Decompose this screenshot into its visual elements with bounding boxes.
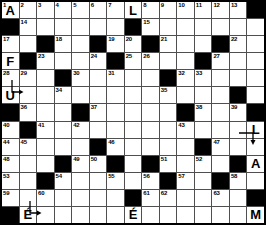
cell-r6c12[interactable] — [195, 87, 212, 103]
cell-r8c14[interactable] — [230, 122, 247, 138]
hint-letter-r13c2: É — [20, 207, 37, 223]
cell-r8c3[interactable]: 41 — [37, 122, 54, 138]
clue-number-46: 46 — [108, 139, 114, 146]
block-cell-r1c15 — [247, 2, 264, 18]
cell-r7c4[interactable] — [55, 104, 72, 120]
cell-r4c3[interactable]: 23 — [37, 53, 54, 69]
cell-r9c9[interactable] — [142, 139, 159, 155]
cell-r7c10[interactable] — [160, 104, 177, 120]
crossword-board: 1A234567L89101112131415171819202122F2324… — [0, 0, 266, 225]
clue-number-47: 47 — [213, 139, 219, 146]
clue-number-62: 62 — [161, 190, 167, 197]
cell-r5c13[interactable] — [212, 70, 229, 86]
cell-r13c4[interactable] — [55, 207, 72, 223]
clue-number-23: 23 — [38, 53, 44, 60]
block-cell-r10c14 — [230, 156, 247, 172]
cell-r7c13[interactable] — [212, 104, 229, 120]
cell-r1c13[interactable]: 12 — [212, 2, 229, 18]
cell-r2c5[interactable] — [72, 19, 89, 35]
cell-r6c6[interactable] — [90, 87, 107, 103]
clue-number-50: 50 — [91, 156, 97, 163]
cell-r13c3[interactable] — [37, 207, 54, 223]
clue-number-31: 31 — [108, 70, 114, 77]
cell-r11c6[interactable] — [90, 173, 107, 189]
block-cell-r6c14 — [230, 87, 247, 103]
clue-number-8: 8 — [143, 2, 146, 9]
clue-number-17: 17 — [3, 36, 9, 43]
cell-r4c11[interactable] — [177, 53, 194, 69]
hint-letter-r4c1: F — [2, 53, 19, 69]
cell-r9c5[interactable] — [72, 139, 89, 155]
clue-number-57: 57 — [178, 173, 184, 180]
cell-r11c15[interactable] — [247, 173, 264, 189]
cell-r13c9[interactable] — [142, 207, 159, 223]
clue-number-54: 54 — [56, 173, 62, 180]
block-cell-r7c15 — [247, 104, 264, 120]
clue-number-36: 36 — [21, 104, 27, 111]
cell-r7c14[interactable]: 39 — [230, 104, 247, 120]
block-cell-r3c3 — [37, 36, 54, 52]
cell-r9c8[interactable] — [125, 139, 142, 155]
clue-number-28: 28 — [3, 70, 9, 77]
cell-r2c13[interactable] — [212, 19, 229, 35]
cell-r1c4[interactable]: 4 — [55, 2, 72, 18]
clue-number-3: 3 — [38, 2, 41, 9]
block-cell-r4c2 — [20, 53, 37, 69]
cell-r5c7[interactable]: 31 — [107, 70, 124, 86]
cell-r6c3[interactable] — [37, 87, 54, 103]
cell-r5c14[interactable] — [230, 70, 247, 86]
clue-number-14: 14 — [21, 19, 27, 26]
cell-r13c11[interactable] — [177, 207, 194, 223]
cell-r13c8[interactable]: É — [125, 207, 142, 223]
cell-r13c7[interactable] — [107, 207, 124, 223]
cell-r2c7[interactable] — [107, 19, 124, 35]
cell-r1c3[interactable]: 3 — [37, 2, 54, 18]
cell-r10c8[interactable] — [125, 156, 142, 172]
clue-number-7: 7 — [108, 2, 111, 9]
cell-r9c14[interactable] — [230, 139, 247, 155]
cell-r9c4[interactable] — [55, 139, 72, 155]
clue-number-33: 33 — [196, 70, 202, 77]
clue-number-11: 11 — [196, 2, 202, 9]
cell-r4c6[interactable]: 24 — [90, 53, 107, 69]
cell-r7c7[interactable] — [107, 104, 124, 120]
cell-r3c2[interactable] — [20, 36, 37, 52]
clue-number-13: 13 — [231, 2, 237, 9]
clue-number-58: 58 — [231, 173, 237, 180]
block-cell-r9c12 — [195, 139, 212, 155]
hint-letter-r1c8: L — [125, 2, 142, 18]
clue-number-48: 48 — [3, 156, 9, 163]
clue-number-5: 5 — [73, 2, 76, 9]
block-cell-r5c10 — [160, 70, 177, 86]
clue-number-61: 61 — [143, 190, 149, 197]
clue-number-32: 32 — [178, 70, 184, 77]
cell-r9c15[interactable] — [247, 139, 264, 155]
cell-r6c2[interactable] — [20, 87, 37, 103]
cell-r5c9[interactable] — [142, 70, 159, 86]
clue-number-20: 20 — [126, 36, 132, 43]
cell-r3c12[interactable] — [195, 36, 212, 52]
cell-r12c10[interactable]: 62 — [160, 190, 177, 206]
clue-number-27: 27 — [213, 53, 219, 60]
cell-r13c6[interactable] — [90, 207, 107, 223]
cell-r13c5[interactable] — [72, 207, 89, 223]
cell-r4c1[interactable]: F — [2, 53, 19, 69]
cell-r12c2[interactable] — [20, 190, 37, 206]
cell-r11c1[interactable]: 53 — [2, 173, 19, 189]
cell-r4c8[interactable]: 25 — [125, 53, 142, 69]
cell-r13c15[interactable]: M — [247, 207, 264, 223]
cell-r1c2[interactable]: 2 — [20, 2, 37, 18]
cell-r1c10[interactable]: 9 — [160, 2, 177, 18]
cell-r11c12[interactable] — [195, 173, 212, 189]
cell-r10c13[interactable] — [212, 156, 229, 172]
cell-r2c4[interactable] — [55, 19, 72, 35]
hint-letter-r1c1: A — [2, 2, 19, 18]
clue-number-30: 30 — [73, 70, 79, 77]
cell-r2c12[interactable] — [195, 19, 212, 35]
cell-r13c10[interactable] — [160, 207, 177, 223]
cell-r11c11[interactable]: 57 — [177, 173, 194, 189]
cell-r3c5[interactable] — [72, 36, 89, 52]
cell-r8c6[interactable] — [90, 122, 107, 138]
cell-r5c1[interactable]: 28 — [2, 70, 19, 86]
cell-r1c9[interactable]: 8 — [142, 2, 159, 18]
cell-r4c13[interactable]: 27 — [212, 53, 229, 69]
clue-number-51: 51 — [161, 156, 167, 163]
cell-r3c14[interactable]: 22 — [230, 36, 247, 52]
cell-r8c4[interactable] — [55, 122, 72, 138]
cell-r5c6[interactable] — [90, 70, 107, 86]
cell-r1c12[interactable]: 11 — [195, 2, 212, 18]
clue-number-44: 44 — [3, 139, 9, 146]
cell-r8c13[interactable] — [212, 122, 229, 138]
cell-r8c9[interactable] — [142, 122, 159, 138]
cell-r11c8[interactable] — [125, 173, 142, 189]
cell-r13c14[interactable] — [230, 207, 247, 223]
cell-r10c5[interactable]: 49 — [72, 156, 89, 172]
clue-number-59: 59 — [3, 190, 9, 197]
clue-number-55: 55 — [108, 173, 114, 180]
block-cell-r2c8 — [125, 19, 142, 35]
cell-r4c4[interactable] — [55, 53, 72, 69]
cell-r7c9[interactable] — [142, 104, 159, 120]
cell-r12c14[interactable] — [230, 190, 247, 206]
cell-r12c11[interactable] — [177, 190, 194, 206]
cell-r9c1[interactable]: 44 — [2, 139, 19, 155]
cell-r1c1[interactable]: 1A — [2, 2, 19, 18]
clue-number-38: 38 — [196, 104, 202, 111]
clue-number-34: 34 — [56, 87, 62, 94]
cell-r7c8[interactable] — [125, 104, 142, 120]
hint-letter-r8c15: L — [247, 122, 264, 138]
cell-r6c4[interactable]: 34 — [55, 87, 72, 103]
cell-r6c10[interactable]: 35 — [160, 87, 177, 103]
cell-r2c14[interactable] — [230, 19, 247, 35]
cell-r5c8[interactable] — [125, 70, 142, 86]
cell-r8c11[interactable]: 43 — [177, 122, 194, 138]
cell-r1c5[interactable]: 5 — [72, 2, 89, 18]
clue-number-12: 12 — [213, 2, 219, 9]
clue-number-22: 22 — [231, 36, 237, 43]
cell-r4c5[interactable] — [72, 53, 89, 69]
clue-number-18: 18 — [56, 36, 62, 43]
block-cell-r4c7 — [107, 53, 124, 69]
block-cell-r7c11 — [177, 104, 194, 120]
cell-r1c6[interactable]: 6 — [90, 2, 107, 18]
block-cell-r7c1 — [2, 104, 19, 120]
block-cell-r2c1 — [2, 19, 19, 35]
clue-number-29: 29 — [21, 70, 27, 77]
clue-number-37: 37 — [91, 104, 97, 111]
block-cell-r9c6 — [90, 139, 107, 155]
cell-r6c11[interactable] — [177, 87, 194, 103]
clue-number-60: 60 — [38, 190, 44, 197]
cell-r2c2[interactable]: 14 — [20, 19, 37, 35]
block-cell-r10c9 — [142, 156, 159, 172]
cell-r10c11[interactable] — [177, 156, 194, 172]
block-cell-r12c8 — [125, 190, 142, 206]
cell-r6c15[interactable] — [247, 87, 264, 103]
cell-r9c10[interactable] — [160, 139, 177, 155]
cell-r6c7[interactable] — [107, 87, 124, 103]
clue-number-56: 56 — [143, 173, 149, 180]
crossword-grid: 1A234567L89101112131415171819202122F2324… — [2, 2, 264, 223]
clue-number-63: 63 — [213, 190, 219, 197]
cell-r6c8[interactable] — [125, 87, 142, 103]
cell-r9c3[interactable] — [37, 139, 54, 155]
cell-r2c3[interactable] — [37, 19, 54, 35]
cell-r10c10[interactable]: 51 — [160, 156, 177, 172]
cell-r2c11[interactable] — [177, 19, 194, 35]
clue-number-25: 25 — [126, 53, 132, 60]
clue-number-42: 42 — [73, 122, 79, 129]
cell-r5c2[interactable]: 29 — [20, 70, 37, 86]
cell-r10c3[interactable] — [37, 156, 54, 172]
cell-r12c1[interactable]: 59 — [2, 190, 19, 206]
clue-number-24: 24 — [91, 53, 97, 60]
cell-r8c1[interactable]: 40 — [2, 122, 19, 138]
clue-number-53: 53 — [3, 173, 9, 180]
block-cell-r3c6 — [90, 36, 107, 52]
cell-r7c3[interactable] — [37, 104, 54, 120]
cell-r3c11[interactable] — [177, 36, 194, 52]
cell-r8c8[interactable] — [125, 122, 142, 138]
clue-number-10: 10 — [178, 2, 184, 9]
block-cell-r12c15 — [247, 190, 264, 206]
cell-r6c9[interactable] — [142, 87, 159, 103]
cell-r7c2[interactable]: 36 — [20, 104, 37, 120]
cell-r10c6[interactable]: 50 — [90, 156, 107, 172]
cell-r9c7[interactable]: 46 — [107, 139, 124, 155]
clue-number-43: 43 — [178, 122, 184, 129]
cell-r10c2[interactable] — [20, 156, 37, 172]
clue-number-21: 21 — [161, 36, 167, 43]
block-cell-r3c13 — [212, 36, 229, 52]
clue-number-26: 26 — [143, 53, 149, 60]
cell-r6c1[interactable]: U — [2, 87, 19, 103]
cell-r12c12[interactable] — [195, 190, 212, 206]
cell-r8c5[interactable]: 42 — [72, 122, 89, 138]
cell-r6c5[interactable] — [72, 87, 89, 103]
block-cell-r8c2 — [20, 122, 37, 138]
cell-r5c5[interactable]: 30 — [72, 70, 89, 86]
cell-r11c5[interactable] — [72, 173, 89, 189]
clue-number-52: 52 — [196, 156, 202, 163]
block-cell-r10c7 — [107, 156, 124, 172]
clue-number-35: 35 — [161, 87, 167, 94]
cell-r9c13[interactable]: 47 — [212, 139, 229, 155]
cell-r10c1[interactable]: 48 — [2, 156, 19, 172]
cell-r2c10[interactable] — [160, 19, 177, 35]
clue-number-6: 6 — [91, 2, 94, 9]
clue-number-41: 41 — [38, 122, 44, 129]
block-cell-r5c4 — [55, 70, 72, 86]
cell-r2c9[interactable]: 15 — [142, 19, 159, 35]
cell-r2c6[interactable] — [90, 19, 107, 35]
cell-r3c10[interactable]: 21 — [160, 36, 177, 52]
cell-r1c8[interactable]: L — [125, 2, 142, 18]
cell-r12c3[interactable]: 60 — [37, 190, 54, 206]
cell-r4c14[interactable] — [230, 53, 247, 69]
cell-r5c15[interactable] — [247, 70, 264, 86]
block-cell-r11c10 — [160, 173, 177, 189]
clue-number-4: 4 — [56, 2, 59, 9]
cell-r9c11[interactable] — [177, 139, 194, 155]
cell-r10c15[interactable]: A — [247, 156, 264, 172]
block-cell-r11c3 — [37, 173, 54, 189]
cell-r7c6[interactable]: 37 — [90, 104, 107, 120]
block-cell-r10c4 — [55, 156, 72, 172]
cell-r4c10[interactable] — [160, 53, 177, 69]
cell-r12c4[interactable] — [55, 190, 72, 206]
block-cell-r7c5 — [72, 104, 89, 120]
hint-letter-r6c1: U — [2, 87, 19, 103]
clue-number-2: 2 — [21, 2, 24, 9]
hint-letter-r13c15: M — [247, 207, 264, 223]
clue-number-49: 49 — [73, 156, 79, 163]
cell-r4c15[interactable] — [247, 53, 264, 69]
cell-r1c11[interactable]: 10 — [177, 2, 194, 18]
clue-number-19: 19 — [108, 36, 114, 43]
cell-r12c13[interactable]: 63 — [212, 190, 229, 206]
cell-r4c9[interactable]: 26 — [142, 53, 159, 69]
clue-number-39: 39 — [231, 104, 237, 111]
clue-number-40: 40 — [3, 122, 9, 129]
clue-number-45: 45 — [21, 139, 27, 146]
cell-r1c14[interactable]: 13 — [230, 2, 247, 18]
block-cell-r11c13 — [212, 173, 229, 189]
block-cell-r13c1 — [2, 207, 19, 223]
cell-r3c8[interactable]: 20 — [125, 36, 142, 52]
cell-r5c12[interactable]: 33 — [195, 70, 212, 86]
cell-r3c1[interactable]: 17 — [2, 36, 19, 52]
cell-r8c10[interactable] — [160, 122, 177, 138]
cell-r12c9[interactable]: 61 — [142, 190, 159, 206]
cell-r2c15[interactable] — [247, 19, 264, 35]
cell-r11c9[interactable]: 56 — [142, 173, 159, 189]
cell-r10c12[interactable]: 52 — [195, 156, 212, 172]
cell-r7c12[interactable]: 38 — [195, 104, 212, 120]
cell-r8c7[interactable] — [107, 122, 124, 138]
cell-r5c3[interactable] — [37, 70, 54, 86]
cell-r11c2[interactable] — [20, 173, 37, 189]
cell-r11c14[interactable]: 58 — [230, 173, 247, 189]
cell-r13c12[interactable] — [195, 207, 212, 223]
cell-r8c15[interactable]: L — [247, 122, 264, 138]
cell-r9c2[interactable]: 45 — [20, 139, 37, 155]
cell-r11c4[interactable]: 54 — [55, 173, 72, 189]
cell-r13c13[interactable] — [212, 207, 229, 223]
hint-letter-r13c8: É — [125, 207, 142, 223]
cell-r13c2[interactable]: É — [20, 207, 37, 223]
cell-r12c7[interactable] — [107, 190, 124, 206]
hint-letter-r10c15: A — [247, 156, 264, 172]
cell-r12c5[interactable] — [72, 190, 89, 206]
cell-r8c12[interactable] — [195, 122, 212, 138]
cell-r3c15[interactable] — [247, 36, 264, 52]
cell-r3c7[interactable]: 19 — [107, 36, 124, 52]
cell-r5c11[interactable]: 32 — [177, 70, 194, 86]
block-cell-r3c9 — [142, 36, 159, 52]
cell-r12c6[interactable] — [90, 190, 107, 206]
clue-number-15: 15 — [143, 19, 149, 26]
cell-r11c7[interactable]: 55 — [107, 173, 124, 189]
cell-r3c4[interactable]: 18 — [55, 36, 72, 52]
block-cell-r4c12 — [195, 53, 212, 69]
cell-r6c13[interactable] — [212, 87, 229, 103]
cell-r1c7[interactable]: 7 — [107, 2, 124, 18]
clue-number-9: 9 — [161, 2, 164, 9]
